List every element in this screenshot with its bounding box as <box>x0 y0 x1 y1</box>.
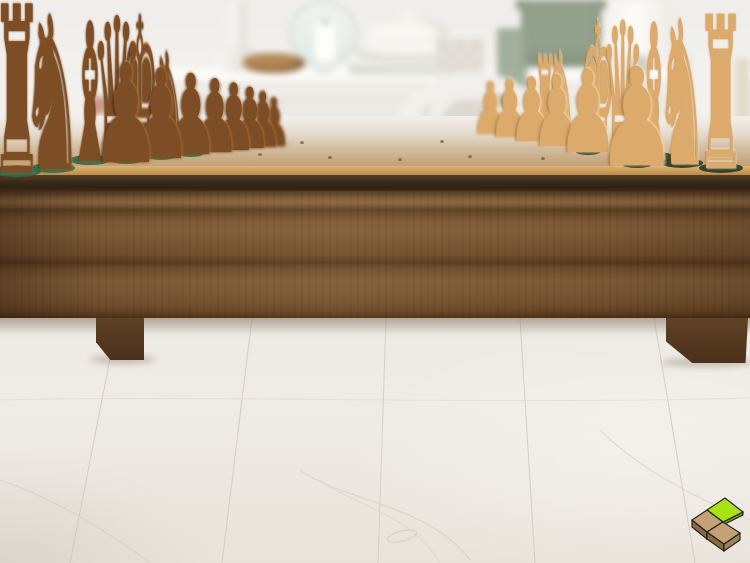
peg-hole <box>440 140 444 143</box>
peg-hole <box>468 155 472 158</box>
peg-hole <box>580 140 584 143</box>
table-lamp-base <box>631 56 648 74</box>
green-wall-clock <box>521 0 601 67</box>
hurricane-stem <box>313 63 335 76</box>
candle <box>315 24 336 62</box>
candle-wick <box>324 19 326 25</box>
tureen-knob <box>399 10 418 21</box>
peg-hole <box>680 156 684 159</box>
board-box-front <box>0 191 750 318</box>
watermark-logo <box>690 490 750 555</box>
table-lamp-shade <box>597 0 685 57</box>
red-object-peek <box>87 96 110 115</box>
peg-hole <box>398 158 402 161</box>
candlestick-lamp <box>230 0 247 52</box>
board-walnut-edge <box>0 175 750 192</box>
peg-hole <box>328 156 332 159</box>
wire-basket <box>436 40 484 73</box>
peg-hole <box>611 154 615 157</box>
peg-hole <box>258 153 262 156</box>
peg-hole <box>300 141 304 144</box>
peg-hole <box>541 157 545 160</box>
brown-shoes <box>243 53 305 73</box>
photo-scene: ♞♚♛♝♞♜♟♟♟♟♟♟♟♟♜♞♚♛♝♞♜♟♟♟♟♟♟ <box>0 0 750 563</box>
